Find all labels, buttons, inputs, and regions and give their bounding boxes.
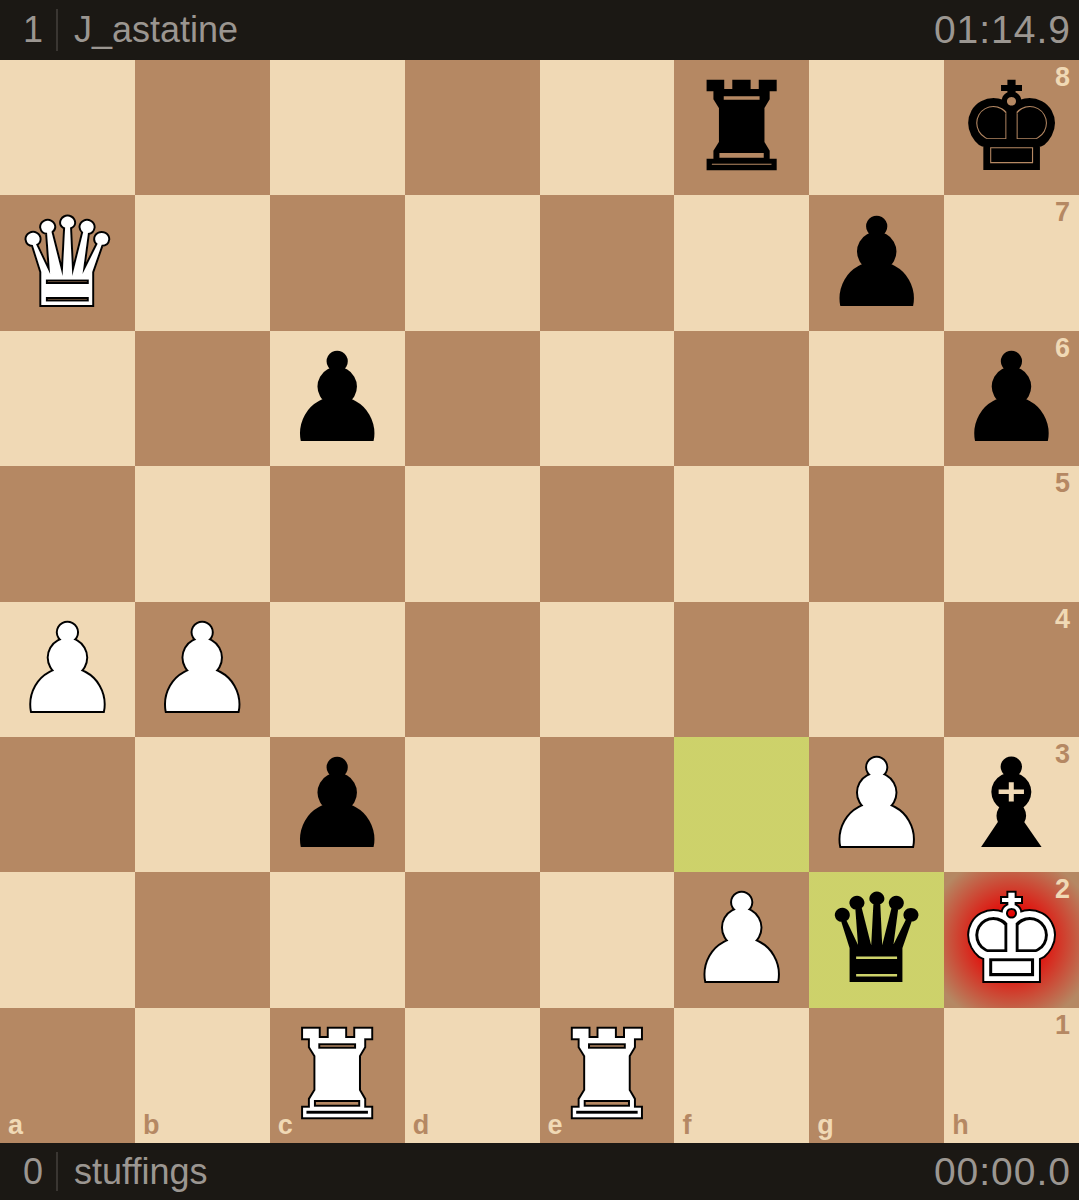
square-f8[interactable]: ♜	[674, 60, 809, 195]
square-c5[interactable]	[270, 466, 405, 601]
square-h7[interactable]: 7	[944, 195, 1079, 330]
white-queen[interactable]: ♛	[13, 203, 121, 324]
square-g4[interactable]	[809, 602, 944, 737]
score-name-divider	[56, 9, 58, 51]
square-e2[interactable]	[540, 872, 675, 1007]
square-d8[interactable]	[405, 60, 540, 195]
bottom-player-name: stuffings	[74, 1151, 207, 1193]
square-d1[interactable]: d	[405, 1008, 540, 1143]
top-player-score: 1	[18, 9, 48, 51]
black-bishop[interactable]: ♝	[957, 744, 1065, 865]
square-c7[interactable]	[270, 195, 405, 330]
square-a6[interactable]	[0, 331, 135, 466]
file-label-d: d	[413, 1112, 430, 1139]
file-label-e: e	[548, 1112, 563, 1139]
square-h5[interactable]: 5	[944, 466, 1079, 601]
chess-board: ♜♚8♛♟7♟♟65♟♟4♟♟♝3♟♛♚2ab♜cd♜efgh1	[0, 60, 1079, 1143]
black-pawn[interactable]: ♟	[957, 338, 1065, 459]
square-b8[interactable]	[135, 60, 270, 195]
file-label-f: f	[682, 1112, 691, 1139]
square-g6[interactable]	[809, 331, 944, 466]
file-label-c: c	[278, 1112, 293, 1139]
square-g5[interactable]	[809, 466, 944, 601]
square-a2[interactable]	[0, 872, 135, 1007]
square-h8[interactable]: ♚8	[944, 60, 1079, 195]
square-c6[interactable]: ♟	[270, 331, 405, 466]
square-c1[interactable]: ♜c	[270, 1008, 405, 1143]
square-a1[interactable]: a	[0, 1008, 135, 1143]
file-label-b: b	[143, 1112, 160, 1139]
square-f7[interactable]	[674, 195, 809, 330]
square-a5[interactable]	[0, 466, 135, 601]
rank-label-4: 4	[1055, 606, 1070, 633]
square-e3[interactable]	[540, 737, 675, 872]
square-c8[interactable]	[270, 60, 405, 195]
file-label-h: h	[952, 1112, 969, 1139]
square-g7[interactable]: ♟	[809, 195, 944, 330]
square-a8[interactable]	[0, 60, 135, 195]
square-c3[interactable]: ♟	[270, 737, 405, 872]
white-king[interactable]: ♚	[957, 879, 1065, 1000]
bottom-player-score: 0	[18, 1151, 48, 1193]
square-h4[interactable]: 4	[944, 602, 1079, 737]
square-b7[interactable]	[135, 195, 270, 330]
square-f3[interactable]	[674, 737, 809, 872]
white-rook[interactable]: ♜	[283, 1015, 391, 1136]
black-pawn[interactable]: ♟	[822, 203, 930, 324]
file-label-g: g	[817, 1112, 834, 1139]
rank-label-2: 2	[1055, 876, 1070, 903]
rank-label-1: 1	[1055, 1012, 1070, 1039]
square-d3[interactable]	[405, 737, 540, 872]
black-rook[interactable]: ♜	[688, 67, 796, 188]
square-f2[interactable]: ♟	[674, 872, 809, 1007]
square-f5[interactable]	[674, 466, 809, 601]
top-player-clock: 01:14.9	[934, 8, 1071, 52]
square-d2[interactable]	[405, 872, 540, 1007]
file-label-a: a	[8, 1112, 23, 1139]
score-name-divider	[56, 1152, 58, 1192]
square-e7[interactable]	[540, 195, 675, 330]
black-king[interactable]: ♚	[957, 67, 1065, 188]
square-d7[interactable]	[405, 195, 540, 330]
rank-label-3: 3	[1055, 741, 1070, 768]
rank-label-7: 7	[1055, 199, 1070, 226]
square-h3[interactable]: ♝3	[944, 737, 1079, 872]
square-g1[interactable]: g	[809, 1008, 944, 1143]
square-c4[interactable]	[270, 602, 405, 737]
black-pawn[interactable]: ♟	[283, 744, 391, 865]
square-g2[interactable]: ♛	[809, 872, 944, 1007]
square-a4[interactable]: ♟	[0, 602, 135, 737]
black-queen[interactable]: ♛	[822, 879, 930, 1000]
square-h2[interactable]: ♚2	[944, 872, 1079, 1007]
rank-label-8: 8	[1055, 64, 1070, 91]
white-pawn[interactable]: ♟	[688, 879, 796, 1000]
square-b4[interactable]: ♟	[135, 602, 270, 737]
square-e1[interactable]: ♜e	[540, 1008, 675, 1143]
square-b6[interactable]	[135, 331, 270, 466]
square-a3[interactable]	[0, 737, 135, 872]
square-d4[interactable]	[405, 602, 540, 737]
square-b3[interactable]	[135, 737, 270, 872]
square-e5[interactable]	[540, 466, 675, 601]
square-b1[interactable]: b	[135, 1008, 270, 1143]
square-h1[interactable]: h1	[944, 1008, 1079, 1143]
square-b2[interactable]	[135, 872, 270, 1007]
square-h6[interactable]: ♟6	[944, 331, 1079, 466]
bottom-player-bar: 0 stuffings 00:00.0	[0, 1143, 1079, 1200]
black-pawn[interactable]: ♟	[283, 338, 391, 459]
square-a7[interactable]: ♛	[0, 195, 135, 330]
square-e8[interactable]	[540, 60, 675, 195]
white-pawn[interactable]: ♟	[148, 609, 256, 730]
square-e4[interactable]	[540, 602, 675, 737]
square-f4[interactable]	[674, 602, 809, 737]
bottom-player-clock: 00:00.0	[934, 1150, 1071, 1194]
top-player-bar: 1 J_astatine 01:14.9	[0, 0, 1079, 60]
square-b5[interactable]	[135, 466, 270, 601]
rank-label-6: 6	[1055, 335, 1070, 362]
square-d5[interactable]	[405, 466, 540, 601]
square-c2[interactable]	[270, 872, 405, 1007]
white-pawn[interactable]: ♟	[13, 609, 121, 730]
white-rook[interactable]: ♜	[553, 1015, 661, 1136]
square-f6[interactable]	[674, 331, 809, 466]
square-g3[interactable]: ♟	[809, 737, 944, 872]
square-e6[interactable]	[540, 331, 675, 466]
white-pawn[interactable]: ♟	[822, 744, 930, 865]
rank-label-5: 5	[1055, 470, 1070, 497]
square-f1[interactable]: f	[674, 1008, 809, 1143]
square-d6[interactable]	[405, 331, 540, 466]
top-player-name: J_astatine	[74, 9, 238, 51]
square-g8[interactable]	[809, 60, 944, 195]
